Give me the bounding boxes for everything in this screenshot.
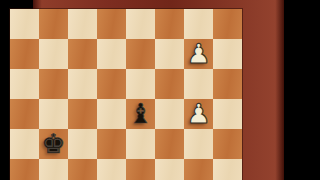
square-g3	[184, 159, 213, 180]
square-b5	[39, 99, 68, 129]
square-f5	[155, 99, 184, 129]
square-d7	[97, 39, 126, 69]
square-g7: ♟	[184, 39, 213, 69]
white-pawn-g7: ♟	[184, 39, 213, 69]
square-d3	[97, 159, 126, 180]
square-h4	[213, 129, 242, 159]
square-c6	[68, 69, 97, 99]
square-g5: ♟	[184, 99, 213, 129]
square-g8	[184, 9, 213, 39]
square-b6	[39, 69, 68, 99]
square-d4	[97, 129, 126, 159]
square-a7	[10, 39, 39, 69]
video-frame-letterbox: ♟♝♟♚♚♝	[0, 0, 320, 180]
square-h5	[213, 99, 242, 129]
square-f7	[155, 39, 184, 69]
black-bishop-e5: ♝	[126, 99, 155, 129]
square-e7	[126, 39, 155, 69]
square-e3	[126, 159, 155, 180]
square-f3	[155, 159, 184, 180]
square-c8	[68, 9, 97, 39]
square-a6	[10, 69, 39, 99]
square-d6	[97, 69, 126, 99]
black-king-b4: ♚	[39, 129, 68, 159]
square-b8	[39, 9, 68, 39]
square-c3	[68, 159, 97, 180]
square-c5	[68, 99, 97, 129]
square-c7	[68, 39, 97, 69]
square-b3	[39, 159, 68, 180]
square-f4	[155, 129, 184, 159]
chess-board: ♟♝♟♚♚♝	[10, 9, 243, 180]
square-h6	[213, 69, 242, 99]
square-b4: ♚	[39, 129, 68, 159]
square-h8	[213, 9, 242, 39]
square-b7	[39, 39, 68, 69]
white-pawn-g5: ♟	[184, 99, 213, 129]
square-g6	[184, 69, 213, 99]
square-d5	[97, 99, 126, 129]
square-a8	[10, 9, 39, 39]
square-d8	[97, 9, 126, 39]
square-e6	[126, 69, 155, 99]
square-h3	[213, 159, 242, 180]
square-e4	[126, 129, 155, 159]
square-a4	[10, 129, 39, 159]
square-e5: ♝	[126, 99, 155, 129]
square-h7	[213, 39, 242, 69]
square-g4	[184, 129, 213, 159]
square-c4	[68, 129, 97, 159]
square-e8	[126, 9, 155, 39]
square-a5	[10, 99, 39, 129]
square-f6	[155, 69, 184, 99]
square-f8	[155, 9, 184, 39]
square-a3	[10, 159, 39, 180]
